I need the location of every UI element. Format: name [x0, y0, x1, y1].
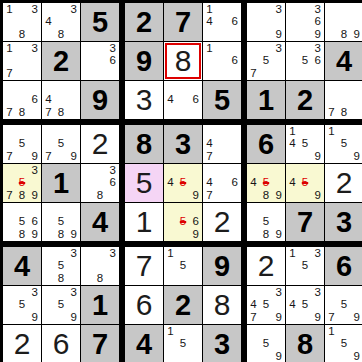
empty-mark-slot — [338, 16, 351, 29]
cell-r5c4[interactable]: 5 — [125, 164, 163, 202]
candidate-9: 9 — [272, 350, 285, 362]
empty-mark-slot — [260, 28, 273, 41]
cell-r1c1[interactable]: 138 — [3, 3, 41, 41]
empty-mark-slot — [177, 94, 190, 107]
cell-r7c8[interactable]: 135 — [286, 247, 324, 285]
cell-r5c5[interactable]: 459 — [164, 164, 202, 202]
empty-mark-slot — [94, 42, 107, 55]
cell-r2c9[interactable]: 4 — [325, 42, 362, 80]
candidate-4: 4 — [286, 138, 299, 151]
cell-r2c7[interactable]: 357 — [247, 42, 285, 80]
empty-mark-slot — [299, 164, 312, 177]
solved-digit: 1 — [136, 207, 153, 237]
given-digit: 5 — [92, 8, 108, 37]
candidate-1: 1 — [325, 325, 338, 338]
candidate-3: 3 — [67, 3, 80, 16]
candidate-9: 9 — [311, 189, 324, 202]
empty-mark-slot — [311, 164, 324, 177]
candidate-3: 3 — [272, 42, 285, 55]
empty-mark-slot — [247, 16, 260, 29]
cell-r3c8[interactable]: 2 — [286, 81, 324, 119]
cell-r4c7[interactable]: 6 — [247, 125, 285, 163]
cell-r4c6[interactable]: 47 — [203, 125, 241, 163]
candidate-9: 9 — [272, 28, 285, 41]
pencil-marks: 459 — [164, 164, 202, 202]
empty-mark-slot — [228, 3, 241, 16]
candidate-9: 9 — [272, 228, 285, 241]
cell-r6c2[interactable]: 589 — [42, 203, 80, 241]
empty-mark-slot — [3, 125, 16, 138]
empty-mark-slot — [286, 164, 299, 177]
candidate-7: 7 — [3, 106, 16, 119]
cell-r6c9[interactable]: 3 — [325, 203, 362, 241]
empty-mark-slot — [325, 299, 338, 312]
empty-mark-slot — [3, 55, 16, 68]
empty-mark-slot — [350, 16, 362, 29]
empty-mark-slot — [16, 42, 29, 55]
empty-mark-slot — [16, 94, 29, 107]
empty-mark-slot — [286, 3, 299, 16]
empty-mark-slot — [247, 55, 260, 68]
empty-mark-slot — [189, 203, 202, 216]
candidate-5: 5 — [260, 55, 273, 68]
pencil-marks: 78 — [325, 81, 362, 119]
empty-mark-slot — [3, 94, 16, 107]
empty-mark-slot — [3, 28, 16, 41]
cell-r9c4[interactable]: 4 — [125, 325, 163, 362]
empty-mark-slot — [3, 16, 16, 29]
candidate-4: 4 — [164, 94, 177, 107]
candidate-8: 8 — [16, 228, 29, 241]
empty-mark-slot — [67, 203, 80, 216]
cell-r7c1[interactable]: 4 — [3, 247, 41, 285]
sudoku-board: 1383485137236678478927146981634653936989… — [0, 0, 362, 362]
cell-r6c4[interactable]: 1 — [125, 203, 163, 241]
empty-mark-slot — [164, 106, 177, 119]
candidate-5: 5 — [16, 216, 29, 229]
candidate-9: 9 — [311, 28, 324, 41]
cell-r7c3[interactable]: 38 — [81, 247, 119, 285]
empty-mark-slot — [94, 164, 107, 177]
cell-r3c9[interactable]: 78 — [325, 81, 362, 119]
empty-mark-slot — [299, 125, 312, 138]
candidate-8: 8 — [55, 106, 68, 119]
candidate-1: 1 — [3, 3, 16, 16]
cell-r2c6[interactable]: 16 — [203, 42, 241, 80]
cell-r1c6[interactable]: 146 — [203, 3, 241, 41]
cell-r7c4[interactable]: 7 — [125, 247, 163, 285]
empty-mark-slot — [260, 3, 273, 16]
pencil-marks: 1459 — [286, 125, 324, 163]
candidate-6: 6 — [189, 216, 202, 229]
empty-mark-slot — [94, 260, 107, 273]
empty-mark-slot — [228, 189, 241, 202]
candidate-1: 1 — [3, 42, 16, 55]
candidate-6: 6 — [28, 216, 41, 229]
empty-mark-slot — [286, 28, 299, 41]
candidate-9: 9 — [350, 311, 362, 324]
cell-r2c4[interactable]: 9 — [125, 42, 163, 80]
empty-mark-slot — [260, 311, 273, 324]
cell-r1c5[interactable]: 7 — [164, 3, 202, 41]
candidate-1: 1 — [164, 325, 177, 338]
box-1: 13834851372366784789 — [3, 3, 121, 121]
candidate-4: 4 — [247, 177, 260, 190]
given-digit: 7 — [297, 208, 313, 237]
empty-mark-slot — [260, 325, 273, 338]
candidate-9: 9 — [28, 189, 41, 202]
candidate-3: 3 — [106, 247, 119, 260]
empty-mark-slot — [28, 203, 41, 216]
cell-r3c2[interactable]: 478 — [42, 81, 80, 119]
empty-mark-slot — [325, 286, 338, 299]
empty-mark-slot — [16, 125, 29, 138]
candidate-8: 8 — [16, 189, 29, 202]
candidate-7: 7 — [3, 150, 16, 163]
cell-r1c9[interactable]: 89 — [325, 3, 362, 41]
candidate-9: 9 — [28, 150, 41, 163]
cell-r6c5[interactable]: 569 — [164, 203, 202, 241]
box-5: 8347545946715692 — [125, 125, 243, 243]
cell-r8c4[interactable]: 6 — [125, 286, 163, 324]
given-digit: 4 — [92, 208, 108, 237]
empty-mark-slot — [286, 189, 299, 202]
cell-r5c8[interactable]: 459 — [286, 164, 324, 202]
empty-mark-slot — [299, 311, 312, 324]
cell-r4c3[interactable]: 2 — [81, 125, 119, 163]
given-digit: 4 — [336, 47, 352, 76]
given-digit: 8 — [136, 130, 152, 159]
empty-mark-slot — [28, 177, 41, 190]
box-6: 614591594589459258973 — [247, 125, 362, 243]
empty-mark-slot — [189, 350, 202, 362]
empty-mark-slot — [228, 67, 241, 80]
empty-mark-slot — [67, 16, 80, 29]
cell-r2c3[interactable]: 36 — [81, 42, 119, 80]
candidate-3: 3 — [311, 3, 324, 16]
empty-mark-slot — [177, 189, 190, 202]
empty-mark-slot — [3, 138, 16, 151]
empty-mark-slot — [311, 272, 324, 285]
empty-mark-slot — [228, 42, 241, 55]
empty-mark-slot — [67, 299, 80, 312]
empty-mark-slot — [177, 247, 190, 260]
cell-r6c3[interactable]: 4 — [81, 203, 119, 241]
empty-mark-slot — [189, 177, 202, 190]
pencil-marks: 348 — [42, 3, 80, 41]
empty-mark-slot — [272, 216, 285, 229]
cell-r8c6[interactable]: 8 — [203, 286, 241, 324]
empty-mark-slot — [272, 55, 285, 68]
box-8: 71596284153 — [125, 247, 243, 362]
empty-mark-slot — [67, 216, 80, 229]
empty-mark-slot — [311, 125, 324, 138]
cell-r4c1[interactable]: 579 — [3, 125, 41, 163]
cell-r8c1[interactable]: 359 — [3, 286, 41, 324]
pencil-marks: 15 — [164, 247, 202, 285]
empty-mark-slot — [247, 28, 260, 41]
candidate-8: 8 — [94, 272, 107, 285]
empty-mark-slot — [28, 67, 41, 80]
solved-digit: 5 — [136, 168, 153, 198]
cell-r6c7[interactable]: 589 — [247, 203, 285, 241]
cell-r7c5[interactable]: 15 — [164, 247, 202, 285]
candidate-8: 8 — [94, 189, 107, 202]
candidate-6: 6 — [228, 55, 241, 68]
empty-mark-slot — [350, 3, 362, 16]
given-digit: 6 — [258, 130, 274, 159]
cell-r5c9[interactable]: 2 — [325, 164, 362, 202]
candidate-3: 3 — [28, 42, 41, 55]
cell-r9c8[interactable]: 8 — [286, 325, 324, 362]
cell-r7c2[interactable]: 358 — [42, 247, 80, 285]
empty-mark-slot — [55, 3, 68, 16]
empty-mark-slot — [81, 67, 94, 80]
pencil-marks: 579 — [325, 286, 362, 324]
cell-r3c4[interactable]: 3 — [125, 81, 163, 119]
empty-mark-slot — [177, 228, 190, 241]
candidate-3: 3 — [67, 247, 80, 260]
cell-r4c5[interactable]: 3 — [164, 125, 202, 163]
cell-r2c2[interactable]: 2 — [42, 42, 80, 80]
cell-r4c9[interactable]: 159 — [325, 125, 362, 163]
cell-r9c9[interactable]: 159 — [325, 325, 362, 362]
candidate-4: 4 — [203, 177, 216, 190]
pencil-marks: 369 — [286, 3, 324, 41]
cell-r5c2[interactable]: 1 — [42, 164, 80, 202]
cell-r3c7[interactable]: 1 — [247, 81, 285, 119]
cell-r8c2[interactable]: 359 — [42, 286, 80, 324]
empty-mark-slot — [16, 3, 29, 16]
empty-mark-slot — [42, 81, 55, 94]
given-digit: 3 — [214, 330, 230, 359]
pencil-marks: 359 — [3, 286, 41, 324]
candidate-5: 5 — [260, 338, 273, 351]
candidate-1: 1 — [286, 247, 299, 260]
given-digit: 2 — [136, 8, 152, 37]
empty-mark-slot — [189, 164, 202, 177]
empty-mark-slot — [28, 125, 41, 138]
candidate-7: 7 — [247, 67, 260, 80]
pencil-marks: 34579 — [247, 286, 285, 324]
pencil-marks: 35789 — [3, 164, 41, 202]
empty-mark-slot — [189, 260, 202, 273]
empty-mark-slot — [311, 299, 324, 312]
empty-mark-slot — [3, 228, 16, 241]
candidate-1: 1 — [203, 42, 216, 55]
candidate-9: 9 — [189, 228, 202, 241]
empty-mark-slot — [16, 16, 29, 29]
cell-r9c2[interactable]: 6 — [42, 325, 80, 362]
empty-mark-slot — [286, 286, 299, 299]
cell-r5c6[interactable]: 467 — [203, 164, 241, 202]
candidate-5: 5 — [299, 299, 312, 312]
empty-mark-slot — [189, 272, 202, 285]
cell-r2c5[interactable]: 8 — [164, 42, 202, 80]
empty-mark-slot — [177, 81, 190, 94]
cell-r1c8[interactable]: 369 — [286, 3, 324, 41]
cell-r9c3[interactable]: 7 — [81, 325, 119, 362]
box-9: 21356345793459579598159 — [247, 247, 362, 362]
cell-r7c6[interactable]: 9 — [203, 247, 241, 285]
empty-mark-slot — [338, 150, 351, 163]
cell-r1c3[interactable]: 5 — [81, 3, 119, 41]
cell-r1c4[interactable]: 2 — [125, 3, 163, 41]
pencil-marks: 36 — [81, 42, 119, 80]
empty-mark-slot — [42, 299, 55, 312]
empty-mark-slot — [299, 272, 312, 285]
empty-mark-slot — [272, 67, 285, 80]
cell-r5c3[interactable]: 368 — [81, 164, 119, 202]
given-digit: 3 — [175, 130, 191, 159]
given-digit: 9 — [136, 47, 152, 76]
empty-mark-slot — [81, 272, 94, 285]
cell-r3c3[interactable]: 9 — [81, 81, 119, 119]
given-digit: 9 — [92, 86, 108, 115]
candidate-9: 9 — [67, 150, 80, 163]
empty-mark-slot — [228, 164, 241, 177]
empty-mark-slot — [28, 138, 41, 151]
empty-mark-slot — [81, 164, 94, 177]
cell-r9c7[interactable]: 59 — [247, 325, 285, 362]
cell-r6c6[interactable]: 2 — [203, 203, 241, 241]
empty-mark-slot — [81, 260, 94, 273]
cell-r5c7[interactable]: 4589 — [247, 164, 285, 202]
box-4: 579579235789136856895894 — [3, 125, 121, 243]
candidate-6: 6 — [106, 55, 119, 68]
empty-mark-slot — [42, 260, 55, 273]
pencil-marks: 15 — [164, 325, 202, 362]
cell-r8c8[interactable]: 3459 — [286, 286, 324, 324]
empty-mark-slot — [272, 325, 285, 338]
empty-mark-slot — [247, 338, 260, 351]
pencil-marks: 59 — [247, 325, 285, 362]
given-digit: 8 — [297, 330, 313, 359]
empty-mark-slot — [260, 350, 273, 362]
candidate-6: 6 — [106, 177, 119, 190]
candidate-8: 8 — [16, 28, 29, 41]
candidate-3: 3 — [272, 286, 285, 299]
pencil-marks: 47 — [203, 125, 241, 163]
cell-r4c4[interactable]: 8 — [125, 125, 163, 163]
candidate-6: 6 — [228, 16, 241, 29]
solved-digit: 2 — [336, 168, 353, 198]
candidate-3: 3 — [28, 3, 41, 16]
empty-mark-slot — [164, 228, 177, 241]
cell-r3c1[interactable]: 678 — [3, 81, 41, 119]
cell-r9c5[interactable]: 15 — [164, 325, 202, 362]
candidate-5: 5 — [55, 216, 68, 229]
pencil-marks: 359 — [42, 286, 80, 324]
cell-r1c2[interactable]: 348 — [42, 3, 80, 41]
given-digit: 7 — [175, 8, 191, 37]
candidate-7: 7 — [203, 189, 216, 202]
empty-mark-slot — [216, 28, 229, 41]
cell-r5c1[interactable]: 35789 — [3, 164, 41, 202]
cell-r2c8[interactable]: 356 — [286, 42, 324, 80]
pencil-marks: 589 — [42, 203, 80, 241]
empty-mark-slot — [164, 350, 177, 362]
candidate-8: 8 — [55, 272, 68, 285]
candidate-6: 6 — [28, 94, 41, 107]
empty-mark-slot — [67, 81, 80, 94]
candidate-5: 5 — [299, 55, 312, 68]
empty-mark-slot — [286, 311, 299, 324]
empty-mark-slot — [338, 311, 351, 324]
empty-mark-slot — [55, 286, 68, 299]
empty-mark-slot — [325, 138, 338, 151]
candidate-6: 6 — [311, 16, 324, 29]
empty-mark-slot — [247, 325, 260, 338]
empty-mark-slot — [216, 67, 229, 80]
cell-r8c9[interactable]: 579 — [325, 286, 362, 324]
candidate-5: 5 — [177, 338, 190, 351]
solved-digit: 8 — [214, 290, 231, 320]
candidate-5: 5 — [55, 260, 68, 273]
cell-r6c8[interactable]: 7 — [286, 203, 324, 241]
cell-r8c7[interactable]: 34579 — [247, 286, 285, 324]
pencil-marks: 39 — [247, 3, 285, 41]
empty-mark-slot — [216, 189, 229, 202]
candidate-5: 5 — [299, 177, 312, 190]
cell-r8c5[interactable]: 2 — [164, 286, 202, 324]
empty-mark-slot — [94, 67, 107, 80]
empty-mark-slot — [55, 247, 68, 260]
candidate-5: 5 — [299, 260, 312, 273]
cell-r9c1[interactable]: 2 — [3, 325, 41, 362]
cell-r1c7[interactable]: 39 — [247, 3, 285, 41]
empty-mark-slot — [247, 189, 260, 202]
cell-r3c5[interactable]: 46 — [164, 81, 202, 119]
candidate-9: 9 — [272, 189, 285, 202]
solved-digit: 6 — [53, 329, 70, 359]
empty-mark-slot — [106, 189, 119, 202]
cell-r7c9[interactable]: 6 — [325, 247, 362, 285]
empty-mark-slot — [299, 3, 312, 16]
empty-mark-slot — [106, 260, 119, 273]
given-digit: 3 — [336, 208, 352, 237]
pencil-marks: 579 — [42, 125, 80, 163]
cell-r4c2[interactable]: 579 — [42, 125, 80, 163]
candidate-9: 9 — [189, 189, 202, 202]
empty-mark-slot — [260, 16, 273, 29]
empty-mark-slot — [350, 81, 362, 94]
empty-mark-slot — [338, 325, 351, 338]
empty-mark-slot — [164, 189, 177, 202]
empty-mark-slot — [247, 42, 260, 55]
cell-r6c1[interactable]: 5689 — [3, 203, 41, 241]
pencil-marks: 46 — [164, 81, 202, 119]
empty-mark-slot — [260, 42, 273, 55]
cell-r9c6[interactable]: 3 — [203, 325, 241, 362]
cell-r2c1[interactable]: 137 — [3, 42, 41, 80]
cell-r8c3[interactable]: 1 — [81, 286, 119, 324]
candidate-8: 8 — [16, 106, 29, 119]
candidate-9: 9 — [67, 228, 80, 241]
empty-mark-slot — [164, 203, 177, 216]
pencil-marks: 137 — [3, 42, 41, 80]
cell-r4c8[interactable]: 1459 — [286, 125, 324, 163]
solved-digit: 2 — [258, 251, 275, 281]
cell-r3c6[interactable]: 5 — [203, 81, 241, 119]
candidate-5: 5 — [260, 177, 273, 190]
given-digit: 2 — [175, 291, 191, 320]
cell-r7c7[interactable]: 2 — [247, 247, 285, 285]
box-7: 4358383593591267 — [3, 247, 121, 362]
pencil-marks: 146 — [203, 3, 241, 41]
pencil-marks: 16 — [203, 42, 241, 80]
empty-mark-slot — [325, 16, 338, 29]
